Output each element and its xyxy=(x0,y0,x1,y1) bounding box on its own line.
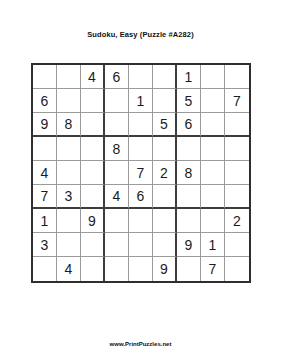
cell-r7c5[interactable] xyxy=(129,209,153,233)
cell-r6c7[interactable] xyxy=(177,185,201,209)
cell-r2c7[interactable]: 5 xyxy=(177,89,201,113)
cell-r9c2[interactable]: 4 xyxy=(57,257,81,281)
cell-r1c3[interactable]: 4 xyxy=(81,65,105,89)
cell-r7c1[interactable]: 1 xyxy=(33,209,57,233)
cell-r5c6[interactable]: 2 xyxy=(153,161,177,185)
cell-r9c8[interactable]: 7 xyxy=(201,257,225,281)
cell-r2c6[interactable] xyxy=(153,89,177,113)
cell-r2c8[interactable] xyxy=(201,89,225,113)
cell-r8c9[interactable] xyxy=(225,233,249,257)
cell-r8c2[interactable] xyxy=(57,233,81,257)
cell-r3c2[interactable]: 8 xyxy=(57,113,81,137)
cell-r9c3[interactable] xyxy=(81,257,105,281)
footer-url: www.PrintPuzzles.net xyxy=(0,341,281,347)
cell-r3c4[interactable] xyxy=(105,113,129,137)
cell-r8c1[interactable]: 3 xyxy=(33,233,57,257)
cell-r4c1[interactable] xyxy=(33,137,57,161)
cell-r9c9[interactable] xyxy=(225,257,249,281)
cell-r7c6[interactable] xyxy=(153,209,177,233)
cell-r7c8[interactable] xyxy=(201,209,225,233)
cell-r7c3[interactable]: 9 xyxy=(81,209,105,233)
cell-r2c3[interactable] xyxy=(81,89,105,113)
cell-r8c8[interactable]: 1 xyxy=(201,233,225,257)
cell-r3c1[interactable]: 9 xyxy=(33,113,57,137)
cell-r6c5[interactable]: 6 xyxy=(129,185,153,209)
cell-r5c7[interactable]: 8 xyxy=(177,161,201,185)
cell-r3c8[interactable] xyxy=(201,113,225,137)
cell-r6c3[interactable] xyxy=(81,185,105,209)
cell-r1c2[interactable] xyxy=(57,65,81,89)
cell-r4c7[interactable] xyxy=(177,137,201,161)
cell-r2c1[interactable]: 6 xyxy=(33,89,57,113)
cell-r4c5[interactable] xyxy=(129,137,153,161)
cell-r2c2[interactable] xyxy=(57,89,81,113)
cell-r4c3[interactable] xyxy=(81,137,105,161)
cell-r1c4[interactable]: 6 xyxy=(105,65,129,89)
cell-r8c6[interactable] xyxy=(153,233,177,257)
cell-r6c8[interactable] xyxy=(201,185,225,209)
cell-r8c4[interactable] xyxy=(105,233,129,257)
cell-r7c2[interactable] xyxy=(57,209,81,233)
cell-r5c4[interactable] xyxy=(105,161,129,185)
cell-r9c7[interactable] xyxy=(177,257,201,281)
cell-r6c6[interactable] xyxy=(153,185,177,209)
cell-r9c4[interactable] xyxy=(105,257,129,281)
cell-r2c5[interactable]: 1 xyxy=(129,89,153,113)
cell-r4c6[interactable] xyxy=(153,137,177,161)
cell-r5c3[interactable] xyxy=(81,161,105,185)
sudoku-page: Sudoku, Easy (Puzzle #A282) 461615798568… xyxy=(0,0,281,363)
cell-r9c5[interactable] xyxy=(129,257,153,281)
sudoku-grid: 46161579856847287346192391497 xyxy=(31,63,251,283)
cell-r5c1[interactable]: 4 xyxy=(33,161,57,185)
cell-r4c2[interactable] xyxy=(57,137,81,161)
cell-r7c4[interactable] xyxy=(105,209,129,233)
cell-r8c3[interactable] xyxy=(81,233,105,257)
cell-r6c4[interactable]: 4 xyxy=(105,185,129,209)
cell-r6c1[interactable]: 7 xyxy=(33,185,57,209)
cell-r1c1[interactable] xyxy=(33,65,57,89)
cell-r5c9[interactable] xyxy=(225,161,249,185)
cell-r7c9[interactable]: 2 xyxy=(225,209,249,233)
cell-r5c5[interactable]: 7 xyxy=(129,161,153,185)
cell-r3c9[interactable] xyxy=(225,113,249,137)
cell-r2c4[interactable] xyxy=(105,89,129,113)
cell-r1c8[interactable] xyxy=(201,65,225,89)
cell-r3c3[interactable] xyxy=(81,113,105,137)
cell-r3c7[interactable]: 6 xyxy=(177,113,201,137)
cell-r8c5[interactable] xyxy=(129,233,153,257)
cell-r6c9[interactable] xyxy=(225,185,249,209)
cell-r8c7[interactable]: 9 xyxy=(177,233,201,257)
cell-r1c9[interactable] xyxy=(225,65,249,89)
cell-r5c8[interactable] xyxy=(201,161,225,185)
cell-r2c9[interactable]: 7 xyxy=(225,89,249,113)
cell-r1c6[interactable] xyxy=(153,65,177,89)
cell-r3c6[interactable]: 5 xyxy=(153,113,177,137)
cell-r3c5[interactable] xyxy=(129,113,153,137)
cell-r9c1[interactable] xyxy=(33,257,57,281)
cell-r1c5[interactable] xyxy=(129,65,153,89)
page-title: Sudoku, Easy (Puzzle #A282) xyxy=(0,30,281,39)
cell-r4c9[interactable] xyxy=(225,137,249,161)
cell-r6c2[interactable]: 3 xyxy=(57,185,81,209)
cell-r9c6[interactable]: 9 xyxy=(153,257,177,281)
cell-r5c2[interactable] xyxy=(57,161,81,185)
cell-r4c4[interactable]: 8 xyxy=(105,137,129,161)
cell-r1c7[interactable]: 1 xyxy=(177,65,201,89)
cell-r7c7[interactable] xyxy=(177,209,201,233)
cell-r4c8[interactable] xyxy=(201,137,225,161)
